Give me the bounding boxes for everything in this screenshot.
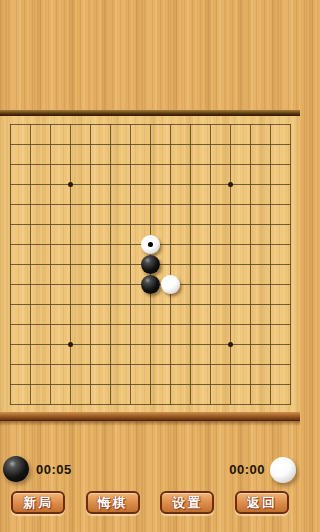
star-point-dot bbox=[68, 342, 73, 347]
black-stone bbox=[141, 255, 160, 274]
star-point bbox=[220, 174, 240, 194]
new-game-button[interactable]: 新局 bbox=[11, 491, 65, 514]
black-timer: 00:05 bbox=[36, 462, 72, 477]
star-point-dot bbox=[228, 342, 233, 347]
undo-button[interactable]: 悔棋 bbox=[86, 491, 140, 514]
board-cell-i9 bbox=[160, 274, 180, 294]
star-point bbox=[60, 334, 80, 354]
board-bottom-edge bbox=[0, 412, 300, 421]
white-stone bbox=[161, 275, 180, 294]
board-cell-h8 bbox=[140, 254, 160, 274]
board-bottom-shadow bbox=[0, 421, 300, 426]
white-stone bbox=[141, 235, 160, 254]
last-move-marker bbox=[148, 242, 153, 247]
gomoku-app-screen: { "game": "gomoku", "board": { "size": 1… bbox=[0, 0, 300, 532]
star-point-dot bbox=[68, 182, 73, 187]
board-cell-h7 bbox=[140, 234, 160, 254]
button-bar: 新局 悔棋 设置 返回 bbox=[0, 491, 300, 514]
gomoku-board[interactable] bbox=[0, 114, 300, 414]
black-stone bbox=[141, 275, 160, 294]
black-player-stone-icon bbox=[3, 456, 29, 482]
star-point bbox=[60, 174, 80, 194]
white-player-stone-icon bbox=[270, 457, 296, 483]
back-button[interactable]: 返回 bbox=[235, 491, 289, 514]
settings-button[interactable]: 设置 bbox=[160, 491, 214, 514]
board-cell-h9 bbox=[140, 274, 160, 294]
white-timer: 00:00 bbox=[229, 462, 265, 477]
star-point-dot bbox=[228, 182, 233, 187]
star-point bbox=[220, 334, 240, 354]
